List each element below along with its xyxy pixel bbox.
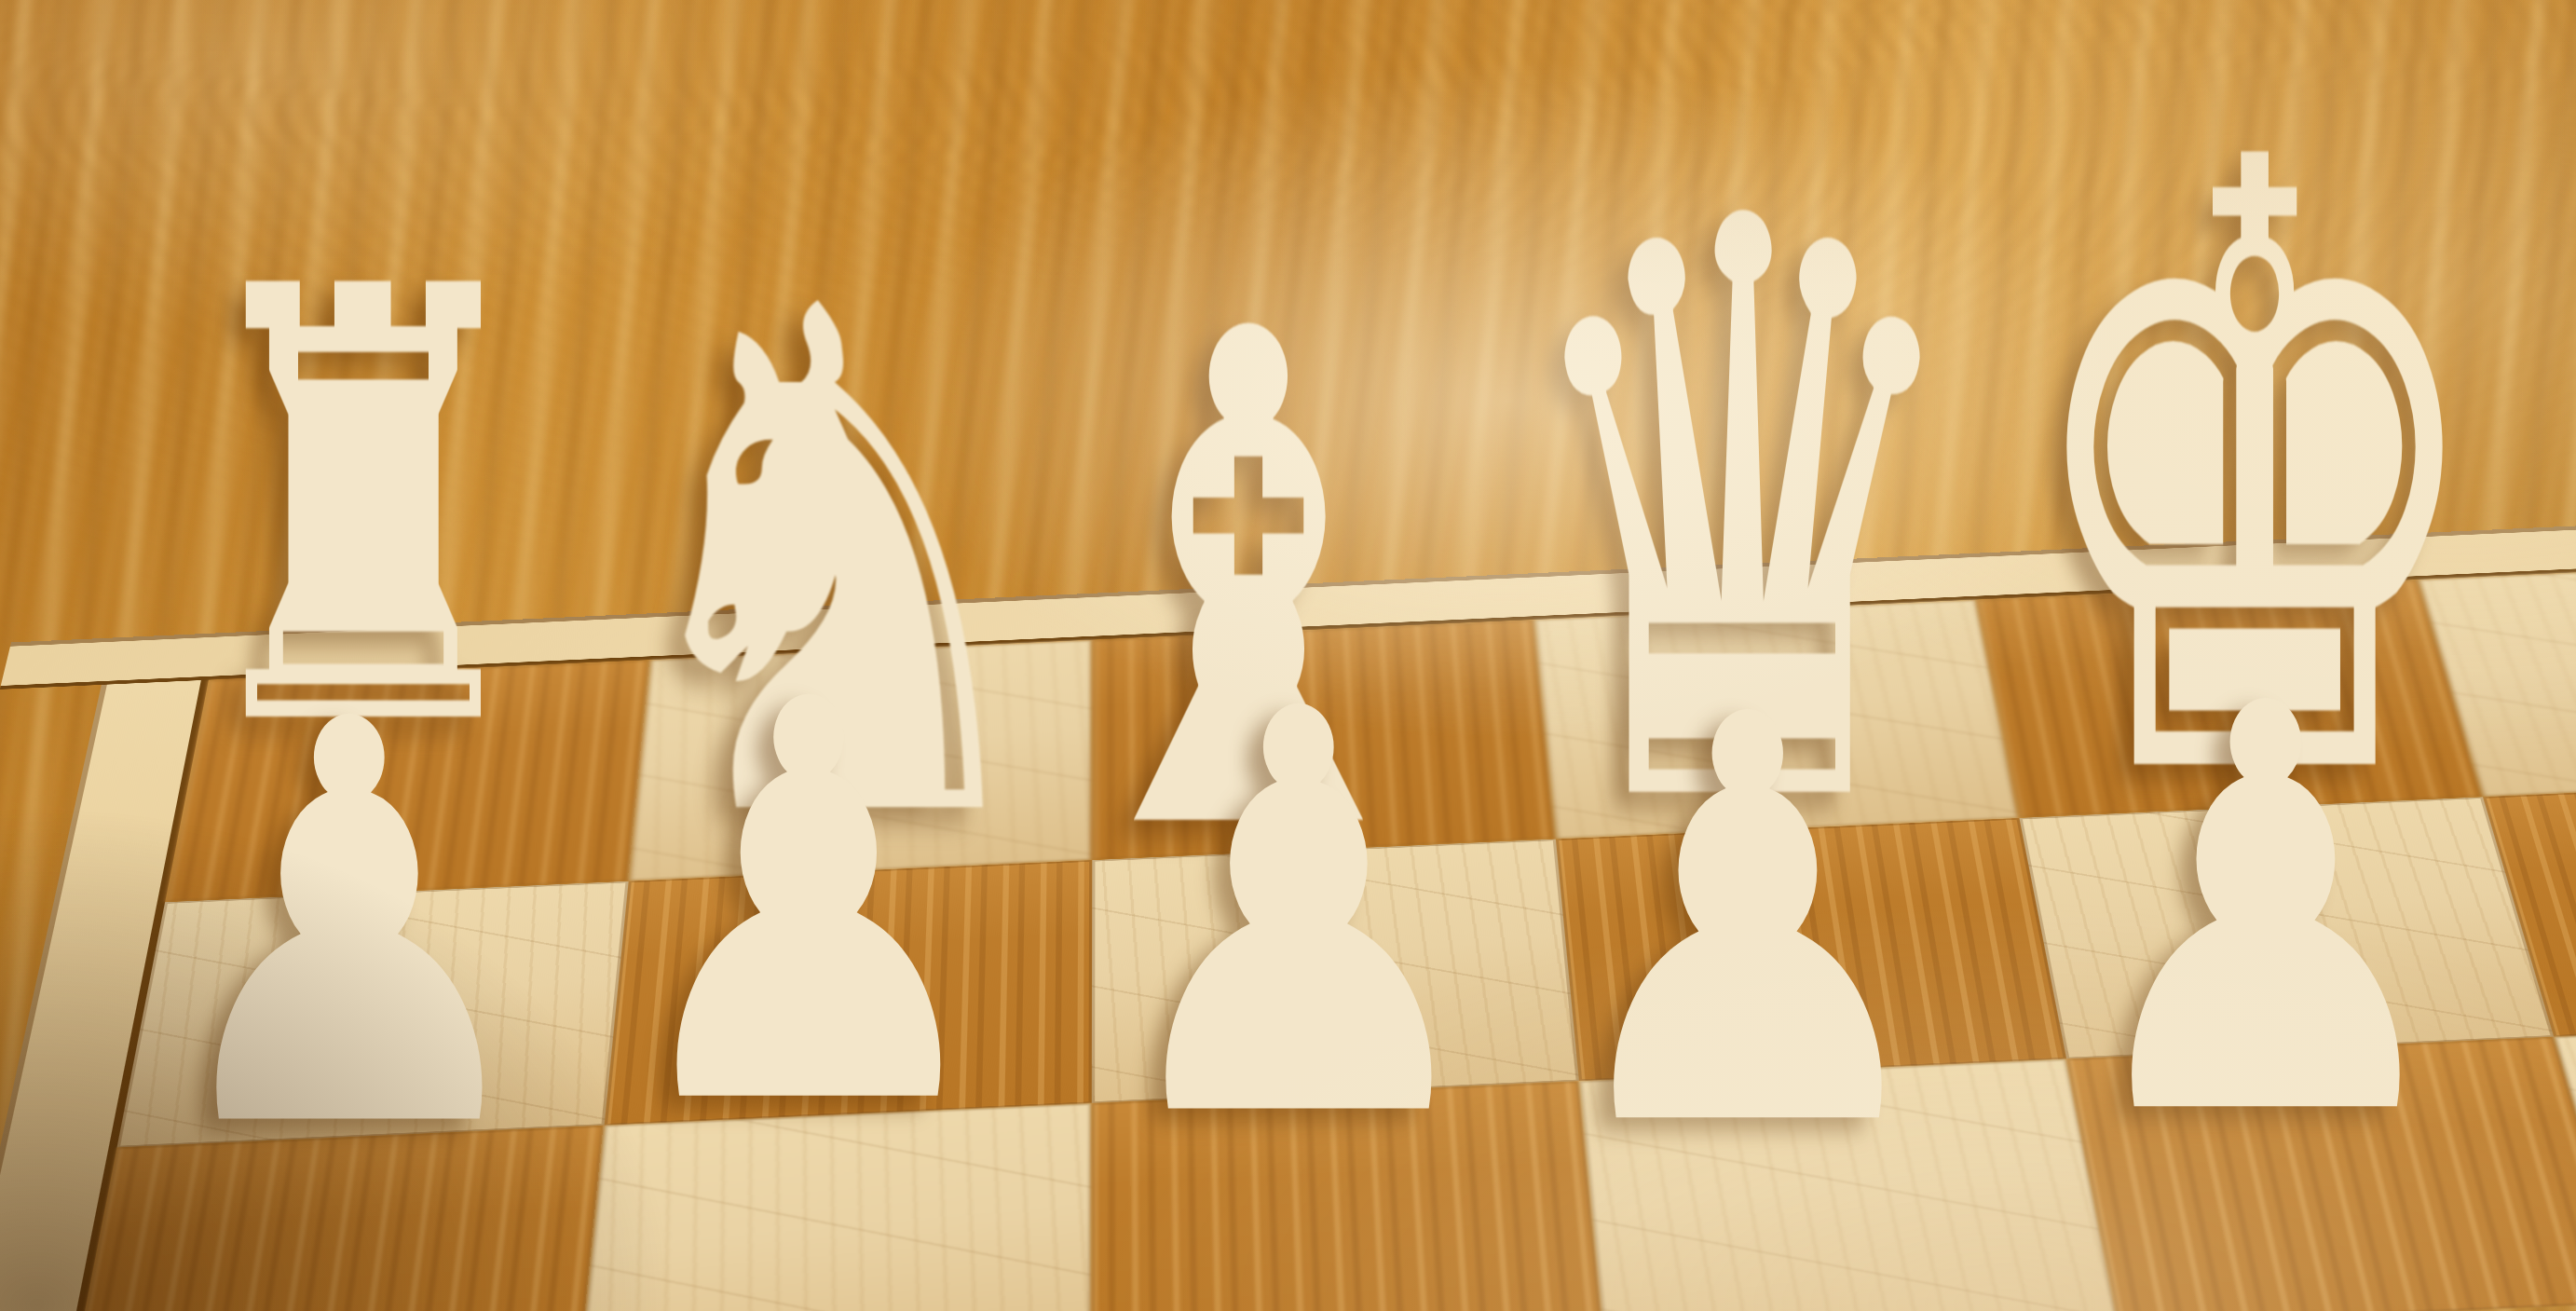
- piece-white-pawn-d: ♟: [1547, 645, 1948, 1204]
- piece-white-pawn-a: ♟: [151, 649, 549, 1204]
- pieces-layer: ♜ ♞ ♝ ♛ ♚ ♟ ♟ ♟ ♟ ♟: [0, 0, 2576, 1311]
- piece-white-pawn-e: ♟: [2065, 634, 2466, 1193]
- photo-scene: ♜ ♞ ♝ ♛ ♚ ♟ ♟ ♟ ♟ ♟: [0, 0, 2576, 1311]
- piece-white-pawn-b: ♟: [611, 630, 1005, 1180]
- piece-white-pawn-c: ♟: [1100, 639, 1498, 1194]
